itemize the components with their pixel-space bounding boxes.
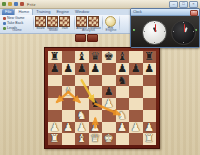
square-h4[interactable]: [143, 98, 157, 110]
square-c1[interactable]: ♝: [75, 133, 89, 145]
square-f4[interactable]: [116, 98, 130, 110]
open-icon[interactable]: [14, 2, 18, 6]
white-rook-h1[interactable]: ♜: [143, 133, 157, 145]
close-button[interactable]: ×: [189, 1, 198, 8]
clock-panel: [131, 16, 199, 47]
black-queen-d8[interactable]: ♛: [89, 51, 103, 63]
clock-tick: [154, 42, 155, 43]
clock-window-title: Clock: [133, 10, 142, 14]
square-c7[interactable]: ♟: [75, 63, 89, 75]
minute-hand: [155, 24, 156, 32]
clock-tick: [193, 31, 194, 32]
square-b1[interactable]: [62, 133, 76, 145]
square-g1[interactable]: [129, 133, 143, 145]
white-active-led: [133, 29, 135, 31]
flip-board-button[interactable]: [75, 34, 86, 42]
square-f5[interactable]: [116, 86, 130, 98]
white-queen-d1[interactable]: ♛: [89, 133, 103, 145]
square-d6[interactable]: [89, 75, 103, 87]
square-f7[interactable]: ♟: [116, 63, 130, 75]
square-e3[interactable]: [102, 110, 116, 122]
app-icon[interactable]: [2, 2, 6, 6]
square-d3[interactable]: [89, 110, 103, 122]
clock-tick: [183, 22, 184, 23]
white-pawn-b2[interactable]: ♟: [62, 122, 76, 134]
square-c8[interactable]: ♝: [75, 51, 89, 63]
square-b3[interactable]: [62, 110, 76, 122]
white-pawn-f2[interactable]: ♟: [116, 122, 130, 134]
square-b4[interactable]: [62, 98, 76, 110]
take-back-button[interactable]: Take Back: [3, 21, 32, 25]
white-analog-clock: [142, 20, 167, 45]
black-pawn-c7[interactable]: ♟: [75, 63, 89, 75]
clock-tick: [144, 31, 145, 32]
square-f8[interactable]: ♝: [116, 51, 130, 63]
square-e1[interactable]: ♚: [102, 133, 116, 145]
square-b2[interactable]: ♟: [62, 122, 76, 134]
new-game-icon: [3, 17, 6, 20]
square-f1[interactable]: [116, 133, 130, 145]
black-knight-d4[interactable]: ♞: [89, 98, 103, 110]
square-e7[interactable]: [102, 63, 116, 75]
black-pawn-f7[interactable]: ♟: [116, 63, 130, 75]
square-e4[interactable]: ♟: [102, 98, 116, 110]
square-c4[interactable]: [75, 98, 89, 110]
minimize-button[interactable]: –: [169, 1, 178, 8]
clock-tick: [164, 31, 165, 32]
chess-board-frame: ♜♝♛♚♝♜♟♟♟♟♟♟♟♞♝♟♞♟♞♞♟♟♟♟♟♟♟♜♝♛♚♜: [44, 47, 160, 149]
maximize-button[interactable]: □: [179, 1, 188, 8]
black-pawn-h7[interactable]: ♟: [143, 63, 157, 75]
new-game-button[interactable]: New Game: [3, 16, 32, 20]
square-g3[interactable]: [129, 110, 143, 122]
white-bishop-b5[interactable]: ♝: [62, 86, 76, 98]
square-c3[interactable]: ♞: [75, 110, 89, 122]
square-h8[interactable]: ♜: [143, 51, 157, 63]
square-h5[interactable]: [143, 86, 157, 98]
square-b5[interactable]: ♝: [62, 86, 76, 98]
white-king-e1[interactable]: ♚: [102, 133, 116, 145]
save-icon[interactable]: [20, 2, 24, 6]
square-b8[interactable]: [62, 51, 76, 63]
minute-hand: [184, 24, 185, 32]
square-d4[interactable]: ♞: [89, 98, 103, 110]
square-a4[interactable]: [48, 98, 62, 110]
black-bishop-c8[interactable]: ♝: [75, 51, 89, 63]
square-d1[interactable]: ♛: [89, 133, 103, 145]
square-g7[interactable]: ♟: [129, 63, 143, 75]
clock-tick: [173, 31, 174, 32]
black-knight-f6[interactable]: ♞: [116, 75, 130, 87]
white-knight-c3[interactable]: ♞: [75, 110, 89, 122]
square-h7[interactable]: ♟: [143, 63, 157, 75]
square-h3[interactable]: [143, 110, 157, 122]
square-d7[interactable]: ♟: [89, 63, 103, 75]
white-rook-a1[interactable]: ♜: [48, 133, 62, 145]
black-rook-a8[interactable]: ♜: [48, 51, 62, 63]
new-icon[interactable]: [8, 2, 12, 6]
square-g5[interactable]: [129, 86, 143, 98]
square-f2[interactable]: ♟: [116, 122, 130, 134]
square-g4[interactable]: [129, 98, 143, 110]
black-pawn-b7[interactable]: ♟: [62, 63, 76, 75]
white-pawn-g2[interactable]: ♟: [129, 122, 143, 134]
white-knight-f3[interactable]: ♞: [116, 110, 130, 122]
square-f6[interactable]: ♞: [116, 75, 130, 87]
square-c6[interactable]: [75, 75, 89, 87]
clock-tick: [154, 22, 155, 23]
takeback-icon: [3, 22, 6, 25]
square-a5[interactable]: [48, 86, 62, 98]
square-g6[interactable]: [129, 75, 143, 87]
black-rook-h8[interactable]: ♜: [143, 51, 157, 63]
board-options-button[interactable]: [87, 34, 98, 42]
white-pawn-e4[interactable]: ♟: [102, 98, 116, 110]
square-f3[interactable]: ♞: [116, 110, 130, 122]
black-king-e8[interactable]: ♚: [102, 51, 116, 63]
white-bishop-c1[interactable]: ♝: [75, 133, 89, 145]
square-h1[interactable]: ♜: [143, 133, 157, 145]
black-pawn-d7[interactable]: ♟: [89, 63, 103, 75]
square-a7[interactable]: ♟: [48, 63, 62, 75]
window-title: Fritz: [27, 2, 36, 7]
square-d8[interactable]: ♛: [89, 51, 103, 63]
square-g2[interactable]: ♟: [129, 122, 143, 134]
square-a1[interactable]: ♜: [48, 133, 62, 145]
square-a8[interactable]: ♜: [48, 51, 62, 63]
square-e8[interactable]: ♚: [102, 51, 116, 63]
square-h6[interactable]: [143, 75, 157, 87]
square-a6[interactable]: [48, 75, 62, 87]
tab-home[interactable]: Home: [14, 8, 33, 15]
square-a3[interactable]: [48, 110, 62, 122]
black-pawn-g7[interactable]: ♟: [129, 63, 143, 75]
square-g8[interactable]: [129, 51, 143, 63]
black-pawn-a7[interactable]: ♟: [48, 63, 62, 75]
chess-board[interactable]: ♜♝♛♚♝♜♟♟♟♟♟♟♟♞♝♟♞♟♞♞♟♟♟♟♟♟♟♜♝♛♚♜: [48, 51, 156, 145]
clock-tick: [183, 42, 184, 43]
square-b7[interactable]: ♟: [62, 63, 76, 75]
black-analog-clock: [171, 20, 196, 45]
clock-window: Clock ×: [130, 8, 200, 48]
board-window-toolbar: [75, 34, 98, 40]
black-bishop-f8[interactable]: ♝: [116, 51, 130, 63]
application-window: Fritz – □ × FileHomeTrainingEngineWindow…: [0, 0, 200, 155]
clock-window-titlebar[interactable]: Clock ×: [131, 9, 199, 16]
square-c5[interactable]: [75, 86, 89, 98]
